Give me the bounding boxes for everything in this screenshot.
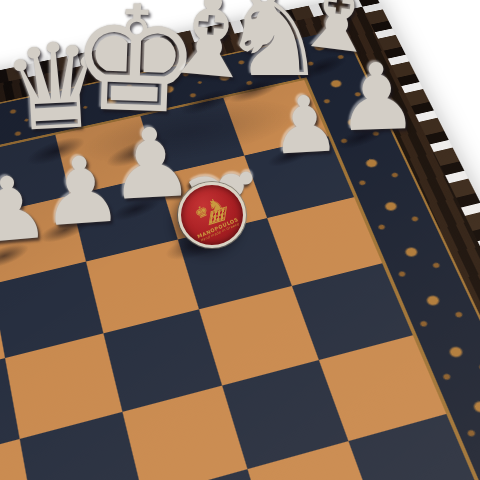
piece-pawn-f: ♟ xyxy=(268,84,342,166)
pieces-layer: ♛♚♝♞♝♟♟♟♟♟♟ xyxy=(0,0,480,480)
pawn-base-disc: ♚ ♞ MANOPOULOS Hand made in Greece xyxy=(178,182,246,248)
piece-pawn-a: ♟ xyxy=(0,163,53,258)
chessboard-photo: ♛♚♝♞♝♟♟♟♟♟♟ ♚ ♞ MANOPOULOS Hand made in … xyxy=(0,0,480,480)
piece-pawn-g: ♟ xyxy=(334,51,420,146)
